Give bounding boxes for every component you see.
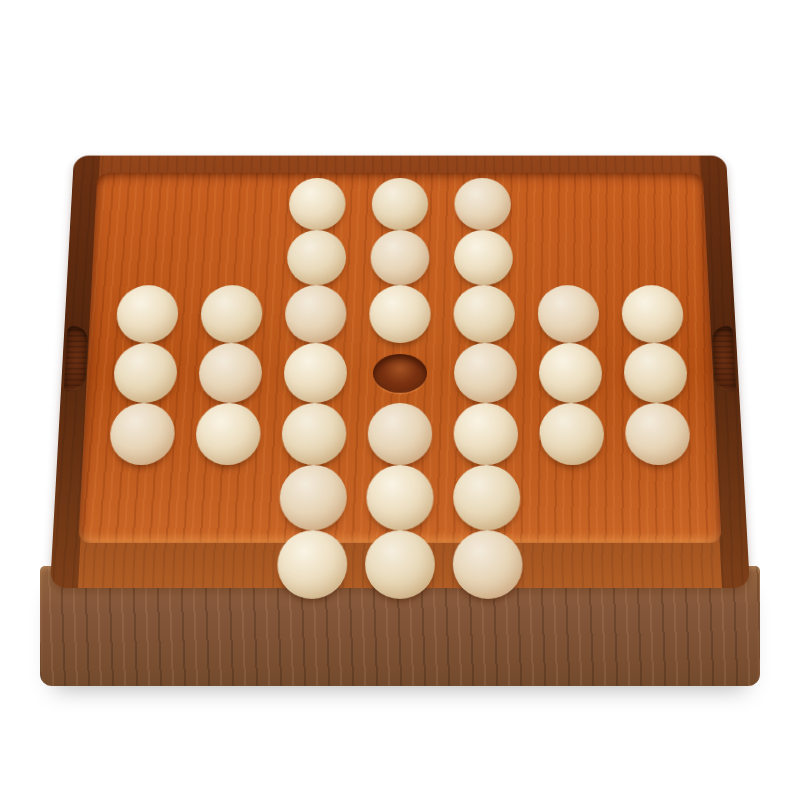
board-cell-r1c3 (358, 230, 442, 285)
wooden-ball[interactable] (454, 178, 511, 230)
board-cell-r4c1 (184, 403, 272, 465)
board-cell-r3c0 (101, 343, 189, 403)
empty-center-hole[interactable] (373, 354, 427, 393)
wooden-ball[interactable] (453, 530, 524, 599)
board-cell-r4c2 (271, 403, 358, 465)
wooden-ball[interactable] (370, 230, 429, 285)
board-cell-r4c5 (528, 403, 616, 465)
wooden-ball[interactable] (285, 285, 347, 343)
board-cell-r5c3 (356, 465, 443, 530)
off-board-corner (95, 465, 184, 530)
peg-solitaire-set (0, 0, 800, 800)
board-cell-r4c0 (98, 403, 186, 465)
wooden-ball[interactable] (621, 285, 685, 343)
off-board-corner (182, 465, 271, 530)
board-cell-r2c3 (358, 285, 443, 343)
wooden-ball[interactable] (109, 403, 176, 465)
wooden-ball[interactable] (453, 285, 515, 343)
board-cell-r2c2 (273, 285, 358, 343)
board-cell-r3c1 (186, 343, 273, 403)
board-cell-r4c3 (357, 403, 443, 465)
wooden-ball[interactable] (539, 403, 605, 465)
off-board-corner (191, 230, 276, 285)
board-cell-r1c4 (442, 230, 526, 285)
board-cell-r3c2 (272, 343, 358, 403)
board-cell-r0c3 (358, 178, 441, 230)
board-cell-r2c4 (442, 285, 527, 343)
wooden-ball[interactable] (281, 403, 346, 465)
board-cell-r0c2 (275, 178, 358, 230)
off-board-corner (606, 178, 691, 230)
outer-frame (50, 156, 750, 588)
board-cell-r5c4 (443, 465, 531, 530)
right-finger-notch (712, 326, 737, 392)
wooden-ball[interactable] (372, 178, 429, 230)
board-cell-r5c2 (269, 465, 357, 530)
wooden-ball[interactable] (195, 403, 261, 465)
board-cell-r2c5 (526, 285, 612, 343)
wooden-ball[interactable] (537, 285, 600, 343)
wooden-ball[interactable] (200, 285, 263, 343)
wooden-ball[interactable] (365, 530, 435, 599)
wooden-ball[interactable] (453, 465, 521, 530)
board-cell-r4c4 (443, 403, 530, 465)
wooden-ball[interactable] (453, 403, 518, 465)
wooden-ball[interactable] (368, 403, 433, 465)
board-cell-r2c6 (609, 285, 696, 343)
off-board-corner (618, 530, 709, 599)
wooden-ball[interactable] (279, 465, 347, 530)
board-cell-r6c3 (356, 530, 444, 599)
off-board-corner (192, 178, 276, 230)
wooden-ball[interactable] (289, 178, 346, 230)
board-surface (78, 173, 721, 543)
off-board-corner (608, 230, 694, 285)
wooden-ball[interactable] (112, 343, 177, 403)
board-cell-r4c6 (614, 403, 702, 465)
wooden-ball[interactable] (277, 530, 348, 599)
wooden-ball[interactable] (287, 230, 347, 285)
board-cell-r3c4 (442, 343, 528, 403)
off-board-corner (180, 530, 270, 599)
board-cell-r6c4 (444, 530, 533, 599)
off-board-corner (616, 465, 705, 530)
wooden-ball[interactable] (283, 343, 347, 403)
wooden-ball[interactable] (624, 403, 691, 465)
board-cell-r3c5 (527, 343, 614, 403)
board-cell-r2c1 (189, 285, 275, 343)
wooden-ball[interactable] (623, 343, 688, 403)
wooden-ball[interactable] (115, 285, 179, 343)
off-board-corner (109, 178, 194, 230)
board-cell-r0c4 (441, 178, 524, 230)
box-lid (50, 156, 750, 588)
board-cell-r2c0 (104, 285, 191, 343)
wooden-ball[interactable] (453, 343, 517, 403)
off-board-corner (107, 230, 193, 285)
off-board-corner (531, 530, 621, 599)
wooden-ball[interactable] (369, 285, 431, 343)
board-cell-r1c2 (274, 230, 358, 285)
wooden-ball[interactable] (198, 343, 262, 403)
left-finger-notch (64, 326, 89, 392)
off-board-corner (529, 465, 618, 530)
board-cell-r3c6 (611, 343, 699, 403)
wooden-ball[interactable] (538, 343, 602, 403)
peg-grid (94, 178, 705, 537)
wooden-ball[interactable] (454, 230, 514, 285)
board-cell-r3c3 (357, 343, 442, 403)
off-board-corner (525, 230, 610, 285)
wooden-ball[interactable] (366, 465, 433, 530)
off-board-corner (523, 178, 607, 230)
off-board-corner (91, 530, 182, 599)
board-cell-r6c2 (268, 530, 357, 599)
